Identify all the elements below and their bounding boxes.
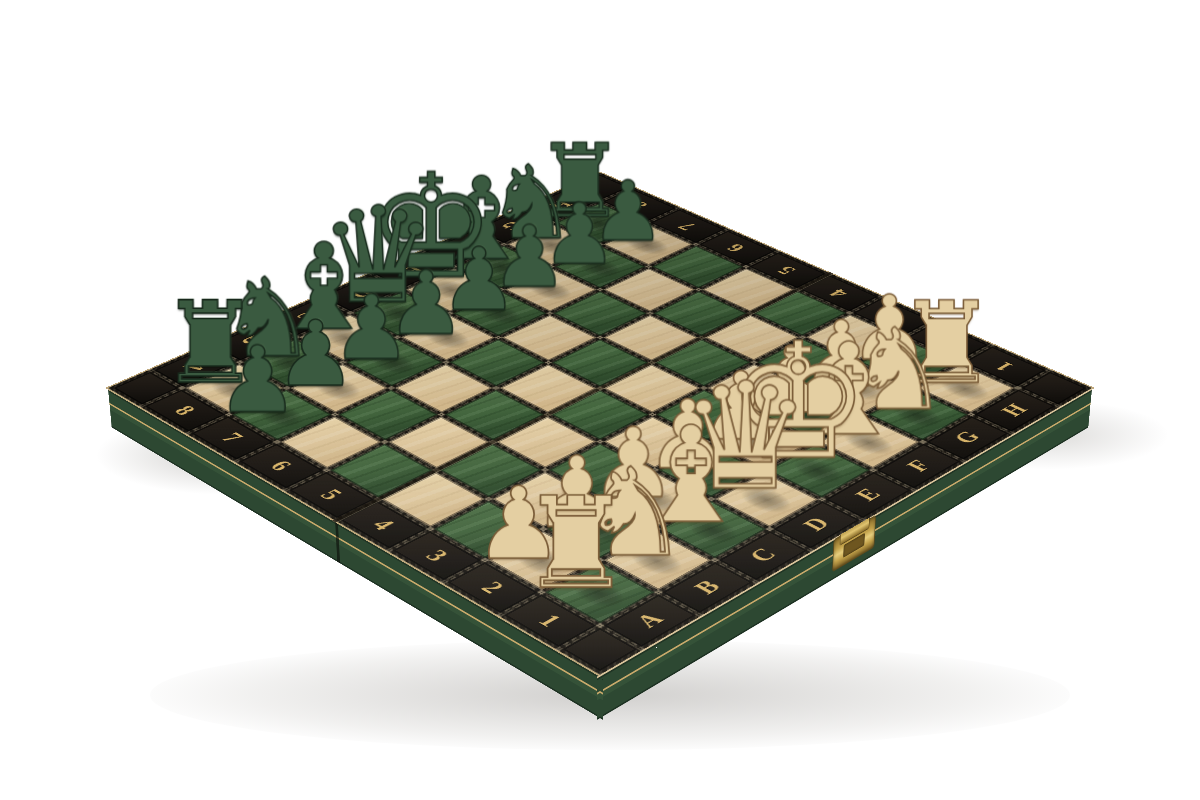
file-label-near-f-text: F	[903, 457, 936, 474]
rank-label-near-2-text: 2	[476, 579, 508, 597]
file-label-near-a-text: A	[631, 610, 668, 631]
piece-shadow	[563, 573, 635, 613]
piece-shadow	[520, 276, 580, 305]
piece-shadow	[564, 511, 634, 549]
rank-label-far-8-text: 8	[627, 199, 653, 210]
piece-shadow	[569, 253, 629, 281]
file-label-far-h-text: H	[545, 198, 575, 212]
piece-shadow	[778, 399, 844, 432]
piece-shadow	[731, 482, 800, 518]
rank-label-near-6-text: 6	[266, 458, 297, 474]
rank-label-far-3-text: 3	[879, 310, 906, 323]
file-label-far-c-text: C	[292, 309, 323, 324]
piece-shadow	[472, 253, 531, 281]
piece-shadow	[369, 299, 430, 328]
file-label-far-d-text: D	[345, 286, 376, 301]
piece-shadow	[835, 425, 902, 459]
rank-label-near-5-text: 5	[316, 487, 347, 503]
box-side-seam	[335, 520, 340, 563]
piece-shadow	[469, 299, 530, 328]
piece-shadow	[876, 347, 941, 378]
chess-set-scene: 87654321H♜♟♟♜HG♞♟♟♞GF♝♟♟♝FE♚♟♟♚ED♛♟♟♛DC♝…	[250, 38, 950, 738]
piece-shadow	[416, 323, 478, 353]
file-label-far-b-text: B	[237, 334, 267, 349]
piece-shadow	[522, 231, 581, 258]
file-label-far-g-text: G	[497, 219, 528, 233]
piece-shadow	[828, 373, 893, 405]
rank-label-far-2-text: 2	[934, 334, 961, 348]
piece-black-rook-a8: ♜	[130, 286, 291, 399]
rank-label-near-4-text: 4	[368, 516, 400, 533]
file-label-far-b: B	[212, 322, 293, 360]
piece-shadow	[249, 399, 313, 432]
file-label-near-d-text: D	[799, 515, 835, 534]
piece-shadow	[570, 210, 628, 236]
product-photo-white-background: { "game": "chess", "set_type": "folding …	[0, 0, 1200, 800]
piece-shadow	[784, 453, 852, 488]
file-label-near-b-text: B	[690, 578, 726, 598]
piece-shadow	[202, 373, 265, 405]
piece-shadow	[618, 231, 677, 258]
rank-label-far-1-text: 1	[991, 359, 1018, 373]
file-label-far-a-text: A	[179, 358, 211, 374]
piece-shadow	[675, 453, 743, 488]
piece-shadow	[884, 399, 951, 432]
rank-label-near-7-text: 7	[217, 430, 248, 445]
file-label-far-a: A	[154, 347, 236, 387]
rank-label-far-4-text: 4	[826, 287, 852, 300]
chess-board: 87654321H♜♟♟♜HG♞♟♟♞GF♝♟♟♝FE♚♟♟♚ED♛♟♟♛DC♝…	[105, 171, 1095, 676]
piece-shadow	[620, 482, 689, 518]
rank-label-far-7-text: 7	[674, 220, 700, 232]
file-label-far-f-text: F	[449, 241, 477, 254]
rank-label-near-3-text: 3	[421, 547, 453, 564]
rank-label-far-5-text: 5	[774, 264, 800, 276]
rank-label-far-1: 1	[964, 347, 1046, 387]
piece-shadow	[506, 542, 576, 581]
piece-shadow	[932, 373, 998, 405]
file-label-near-e-text: E	[852, 486, 886, 504]
file-label-near-c-text: C	[745, 546, 781, 566]
rank-label-far-2: 2	[908, 322, 989, 360]
piece-shadow	[315, 323, 376, 353]
piece-shadow	[421, 276, 481, 305]
piece-shadow	[677, 511, 747, 549]
piece-shadow	[621, 542, 692, 581]
rank-label-near-1-text: 1	[534, 611, 567, 629]
file-label-near-g-text: G	[950, 429, 985, 447]
piece-shadow	[727, 425, 794, 459]
piece-shadow	[362, 347, 425, 378]
piece-shadow	[259, 347, 321, 378]
piece-shadow	[306, 373, 369, 405]
file-label-far-e-text: E	[398, 263, 427, 277]
rank-label-near-8-text: 8	[170, 403, 200, 418]
rank-label-far-6-text: 6	[724, 242, 750, 254]
file-label-near-h-text: H	[998, 402, 1033, 419]
